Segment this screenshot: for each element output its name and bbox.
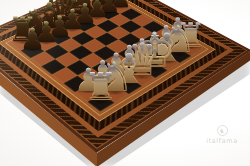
piece-black-pawn-a7[interactable]: ♟ (19, 25, 45, 54)
photo-scene: ♜♞♟♝♟♚♟♛♟♝♟♞♟♟♜♟♟♜♟♟♞♟♝♟♚♟♛♟♝♟♞♜ ♞ italf… (0, 0, 250, 166)
piece-white-rook-a1[interactable]: ♜ (84, 68, 118, 106)
pieces-layer: ♜♞♟♝♟♚♟♛♟♝♟♞♟♟♜♟♟♜♟♟♞♟♝♟♚♟♛♟♝♟♞♜ (0, 0, 250, 166)
